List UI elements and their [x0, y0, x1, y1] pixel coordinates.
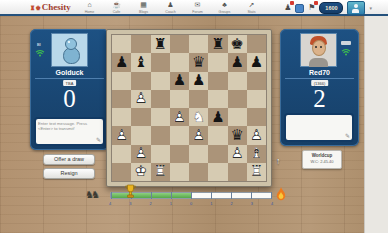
slider-tick: [211, 192, 212, 199]
square-b2[interactable]: ♟♙: [131, 145, 150, 163]
slider-tick: [271, 192, 272, 199]
board-frame: ♜♜♚♟♝♛♟♟♟♟♟♙♟♙♞♘♟♟♙♟♙♛♟♙♟♙♟♙♝♗♚♔♜♖♜♖: [106, 29, 272, 187]
square-b3[interactable]: [131, 126, 150, 144]
white-bishop-h2[interactable]: ♝♗: [250, 146, 263, 161]
blogs-icon: ▦: [134, 1, 153, 9]
white-pawn-e3[interactable]: ♟♙: [192, 128, 205, 143]
chess-board[interactable]: ♜♜♚♟♝♛♟♟♟♟♟♙♟♙♞♘♟♟♙♟♙♛♟♙♟♙♟♙♝♗♚♔♜♖♜♖: [111, 34, 267, 182]
square-a6[interactable]: [112, 72, 131, 90]
player-panel-right: Red70 (1366) 2 ✎: [280, 29, 359, 146]
square-g4[interactable]: [228, 108, 247, 126]
black-pawn-h7[interactable]: ♟: [250, 55, 263, 70]
slider-tick-label: 4: [271, 201, 273, 206]
square-g5[interactable]: [228, 90, 247, 108]
site-logo[interactable]: ♜♚Chesity: [30, 2, 71, 12]
square-b4[interactable]: [131, 108, 150, 126]
nav-item-stats[interactable]: ↗Stats: [242, 1, 261, 14]
square-a3[interactable]: ♟♙: [112, 126, 131, 144]
slider-tick: [111, 192, 112, 199]
square-b1[interactable]: ♚♔: [131, 163, 150, 181]
square-f1[interactable]: [208, 163, 227, 181]
avatar-art: [68, 41, 70, 43]
square-f5[interactable]: [208, 90, 227, 108]
tournament-box: Worldcup W.C: 2.45.40: [302, 150, 342, 169]
square-b8[interactable]: [131, 35, 150, 53]
square-d5[interactable]: [170, 90, 189, 108]
online-wifi-icon: [341, 48, 351, 56]
square-h4[interactable]: [247, 108, 266, 126]
match-score-left: 0: [30, 85, 109, 113]
white-pawn-h3[interactable]: ♟♙: [250, 128, 263, 143]
square-b6[interactable]: [131, 72, 150, 90]
black-rook-c8[interactable]: ♜: [153, 37, 166, 52]
square-d1[interactable]: [170, 163, 189, 181]
nav-item-home[interactable]: ⌂Home: [80, 1, 99, 14]
white-king-b1[interactable]: ♚♔: [134, 164, 147, 179]
black-pawn-f4[interactable]: ♟: [211, 110, 224, 125]
slider-tick-label: 0: [190, 201, 192, 206]
black-king-g8[interactable]: ♚: [230, 37, 243, 52]
square-h8[interactable]: [247, 35, 266, 53]
pencil-icon: ✎: [345, 132, 350, 139]
black-bishop-b7[interactable]: ♝: [134, 55, 147, 70]
nav-menu: ⌂Home☕Cafe▦Blogs♟Coach✉Forum♣Groups↗Stat…: [80, 1, 261, 14]
tournament-code: W.C: 2.45.40: [303, 159, 341, 164]
square-b5[interactable]: ♟♙: [131, 90, 150, 108]
black-pawn-d6[interactable]: ♟: [173, 73, 186, 88]
square-f8[interactable]: ♜: [208, 35, 227, 53]
slider-labels: 432101234: [110, 201, 272, 207]
nav-item-coach[interactable]: ♟Coach: [161, 1, 180, 14]
black-queen-g3[interactable]: ♛: [230, 128, 243, 143]
profile-avatar-button[interactable]: [347, 1, 365, 15]
black-pawn-a7[interactable]: ♟: [115, 55, 128, 70]
white-rook-c1[interactable]: ♜♖: [153, 164, 166, 179]
slider-tick: [231, 192, 232, 199]
white-rook-h1[interactable]: ♜♖: [250, 164, 263, 179]
divider: [285, 78, 354, 79]
online-wifi-icon: [35, 49, 45, 57]
square-c1[interactable]: ♜♖: [151, 163, 170, 181]
square-g6[interactable]: [228, 72, 247, 90]
avatar-art: [312, 40, 326, 56]
navbar: ♜♚Chesity ⌂Home☕Cafe▦Blogs♟Coach✉Forum♣G…: [0, 0, 388, 16]
square-h2[interactable]: ♝♗: [247, 145, 266, 163]
square-e2[interactable]: [189, 145, 208, 163]
side-strip: [364, 16, 388, 233]
square-e5[interactable]: [189, 90, 208, 108]
square-e4[interactable]: ♞♘: [189, 108, 208, 126]
logo-pieces-icon: ♜♚: [30, 5, 41, 11]
square-d4[interactable]: ♟♙: [170, 108, 189, 126]
white-pawn-d4[interactable]: ♟♙: [173, 110, 186, 125]
avatar-golduck: [51, 33, 88, 67]
slider-tick-label: 4: [109, 201, 111, 206]
square-e6[interactable]: ♟: [189, 72, 208, 90]
knights-icon: ♞♞: [85, 189, 97, 200]
square-h5[interactable]: [247, 90, 266, 108]
slider-tick: [191, 192, 192, 199]
player-name: Red70: [280, 69, 359, 76]
avatar-art: [65, 38, 77, 50]
white-pawn-a3[interactable]: ♟♙: [115, 128, 128, 143]
white-pawn-b5[interactable]: ♟♙: [134, 91, 147, 106]
square-f3[interactable]: [208, 126, 227, 144]
square-g7[interactable]: ♟: [228, 53, 247, 71]
square-a5[interactable]: [112, 90, 131, 108]
slider-tick-label: 1: [210, 201, 212, 206]
square-a8[interactable]: [112, 35, 131, 53]
square-g2[interactable]: ♟♙: [228, 145, 247, 163]
nav-item-blogs[interactable]: ▦Blogs: [134, 1, 153, 14]
square-f2[interactable]: [208, 145, 227, 163]
notification-badge: [314, 1, 318, 5]
square-d6[interactable]: ♟: [170, 72, 189, 90]
square-c2[interactable]: [151, 145, 170, 163]
square-d2[interactable]: [170, 145, 189, 163]
avatar-art: [320, 46, 322, 48]
square-e7[interactable]: ♛: [189, 53, 208, 71]
white-knight-e4[interactable]: ♞♘: [192, 110, 205, 125]
forum-icon: ✉: [188, 1, 207, 9]
square-c4[interactable]: [151, 108, 170, 126]
slider-tick-label: 2: [149, 201, 151, 206]
square-g8[interactable]: ♚: [228, 35, 247, 53]
black-pawn-e6[interactable]: ♟: [192, 73, 205, 88]
square-g1[interactable]: [228, 163, 247, 181]
divider: [35, 78, 104, 79]
player-name: Golduck: [30, 69, 109, 76]
square-a7[interactable]: ♟: [112, 53, 131, 71]
nav-item-groups[interactable]: ♣Groups: [215, 1, 234, 14]
square-h6[interactable]: [247, 72, 266, 90]
notification-badge: [290, 1, 294, 5]
white-pawn-b2[interactable]: ♟♙: [134, 146, 147, 161]
square-c7[interactable]: [151, 53, 170, 71]
slider-tick: [171, 192, 172, 199]
home-icon: ⌂: [80, 1, 99, 9]
square-c5[interactable]: [151, 90, 170, 108]
resign-button[interactable]: Resign: [43, 168, 95, 179]
slider-tick-label: 3: [129, 201, 131, 206]
chevron-down-icon[interactable]: ▾: [369, 5, 372, 11]
square-a2[interactable]: [112, 145, 131, 163]
tournament-name: Worldcup: [303, 153, 341, 158]
square-a4[interactable]: [112, 108, 131, 126]
coach-icon: ♟: [161, 1, 180, 9]
chat-input[interactable]: Enter text message. Press <Enter> to tra…: [34, 117, 105, 146]
square-d8[interactable]: [170, 35, 189, 53]
black-pawn-g7[interactable]: ♟: [230, 55, 243, 70]
cafe-icon: ☕: [107, 1, 126, 9]
avatar-art: [309, 58, 328, 67]
challenges-flag-icon[interactable]: ⚑: [308, 3, 315, 13]
app-window: ♜♚Chesity ⌂Home☕Cafe▦Blogs♟Coach✉Forum♣G…: [0, 0, 388, 233]
square-d7[interactable]: [170, 53, 189, 71]
messages-icon[interactable]: [295, 4, 304, 13]
square-d3[interactable]: [170, 126, 189, 144]
avatar-head: [354, 4, 358, 8]
square-f4[interactable]: ♟: [208, 108, 227, 126]
square-h3[interactable]: ♟♙: [247, 126, 266, 144]
avatar-art: [315, 46, 317, 48]
square-e1[interactable]: [189, 163, 208, 181]
avatar-red70: [300, 33, 337, 67]
square-g3[interactable]: ♛: [228, 126, 247, 144]
black-queen-e7[interactable]: ♛: [192, 55, 205, 70]
rating-button[interactable]: 1600: [319, 2, 343, 14]
white-pawn-g2[interactable]: ♟♙: [230, 146, 243, 161]
up-arrow-icon[interactable]: ↑: [276, 156, 281, 166]
slider-tick: [151, 192, 152, 199]
flame-icon: [276, 187, 286, 201]
square-h1[interactable]: ♜♖: [247, 163, 266, 181]
slider-tick-label: 3: [251, 201, 253, 206]
friends-icon[interactable]: ♟: [284, 3, 291, 13]
stats-icon: ↗: [242, 1, 261, 9]
square-f7[interactable]: [208, 53, 227, 71]
player-panel-left: Bl Golduck TBA 0 Enter text message. Pre…: [30, 29, 109, 150]
square-b7[interactable]: ♝: [131, 53, 150, 71]
trophy-marker-icon: [124, 184, 137, 201]
slider-tick-label: 1: [170, 201, 172, 206]
square-c3[interactable]: [151, 126, 170, 144]
square-e8[interactable]: [189, 35, 208, 53]
square-a1[interactable]: [112, 163, 131, 181]
opponent-chat-display: ✎: [284, 113, 354, 142]
square-c6[interactable]: [151, 72, 170, 90]
country-flag: Bl: [37, 42, 41, 47]
square-f6[interactable]: [208, 72, 227, 90]
chat-placeholder: Enter text message. Press <Enter> to tra…: [38, 121, 101, 132]
nav-item-cafe[interactable]: ☕Cafe: [107, 1, 126, 14]
square-h7[interactable]: ♟: [247, 53, 266, 71]
slider-tick-label: 2: [230, 201, 232, 206]
pencil-icon: ✎: [96, 136, 101, 143]
country-flag: [341, 41, 351, 45]
offer-draw-button[interactable]: Offer a draw: [43, 154, 95, 165]
groups-icon: ♣: [215, 1, 234, 9]
square-e3[interactable]: ♟♙: [189, 126, 208, 144]
square-c8[interactable]: ♜: [151, 35, 170, 53]
black-rook-f8[interactable]: ♜: [211, 37, 224, 52]
nav-item-forum[interactable]: ✉Forum: [188, 1, 207, 14]
avatar-body: [352, 9, 359, 13]
slider-tick: [251, 192, 252, 199]
match-score-right: 2: [280, 85, 359, 113]
navbar-right: ♟ ⚑ 1600 ▾: [284, 0, 372, 16]
